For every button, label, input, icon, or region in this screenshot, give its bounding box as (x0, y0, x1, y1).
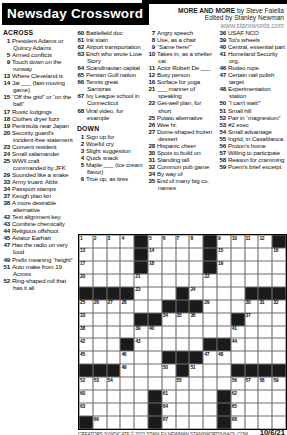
grid-cell-r12c9[interactable] (189, 377, 203, 390)
grid-cell-r12c11[interactable] (217, 377, 231, 390)
black-cell-r6c7 (162, 300, 176, 313)
grid-cell-r12c3[interactable]: 54 (107, 377, 121, 390)
cell-number-5: 5 (149, 236, 151, 241)
grid-cell-r14c3[interactable] (107, 403, 121, 416)
clue-number: 40 (218, 43, 226, 50)
clue-number: 38 (2, 199, 10, 206)
grid-cell-r9c14[interactable] (258, 338, 272, 351)
grid-cell-r10c3[interactable] (107, 351, 121, 364)
grid-cell-r9c3[interactable] (107, 338, 121, 351)
clue-number: 49 (2, 256, 10, 263)
grid-cell-r4c1[interactable]: 20 (79, 274, 93, 287)
grid-cell-r9c13[interactable] (245, 338, 259, 351)
black-cell-r5c4 (120, 287, 134, 300)
clue-number: 2 (76, 140, 84, 147)
crossword-grid[interactable]: 1234567891011121314151617181920212223242… (78, 234, 287, 430)
grid-cell-r8c14[interactable] (258, 326, 272, 339)
grid-cell-r14c9[interactable] (189, 403, 203, 416)
cell-number-14: 14 (149, 248, 154, 253)
black-cell-r13c11 (217, 390, 231, 403)
grid-cell-r6c4[interactable]: 28 (120, 300, 134, 313)
grid-cell-r10c15[interactable] (272, 351, 286, 364)
grid-cell-r14c12[interactable]: 65 (231, 403, 245, 416)
grid-cell-r14c7[interactable]: 64 (162, 403, 176, 416)
down-clue-12: 12Busy person (147, 71, 215, 78)
across-clue-18: 18Clothes dryer fuzz (2, 115, 73, 122)
down-clue-8: 8Use, as a chair (147, 36, 215, 43)
grid-cell-r2c4[interactable] (120, 248, 134, 261)
down-clue-35: 35End of many big co. names (147, 177, 215, 191)
grid-cell-r6c3[interactable]: 27 (107, 300, 121, 313)
grid-cell-r5c7[interactable] (162, 287, 176, 300)
cell-number-24: 24 (190, 287, 195, 292)
grid-cell-r2c1[interactable]: 13 (79, 248, 93, 261)
grid-cell-r12c7[interactable] (162, 377, 176, 390)
grid-cell-r10c4[interactable]: 46 (120, 351, 134, 364)
cell-number-56: 56 (232, 378, 237, 383)
grid-cell-r3c8[interactable] (176, 261, 190, 274)
clue-column-2: 60Battlefield doc61Ink stain62Airport tr… (76, 29, 143, 182)
grid-cell-r12c14[interactable]: 58 (258, 377, 272, 390)
grid-cell-r10c14[interactable] (258, 351, 272, 364)
grid-cell-r13c5[interactable] (134, 390, 148, 403)
down-clue-1: 1Sign up for (76, 133, 143, 140)
grid-cell-r8c7[interactable] (162, 326, 176, 339)
down-clue-4: 4Quick snack (76, 154, 143, 161)
grid-cell-r9c1[interactable]: 42 (79, 338, 93, 351)
clue-number: 52 (2, 277, 10, 284)
grid-cell-r2c13[interactable] (245, 248, 259, 261)
grid-cell-r3c13[interactable] (245, 261, 259, 274)
cell-number-42: 42 (80, 339, 85, 344)
cell-number-8: 8 (190, 236, 192, 241)
cell-number-62: 62 (232, 391, 237, 396)
grid-cell-r6c10[interactable]: 29 (203, 300, 217, 313)
grid-cell-r8c10[interactable] (203, 326, 217, 339)
grid-cell-r11c7[interactable]: 50 (162, 364, 176, 377)
cell-number-27: 27 (108, 300, 113, 305)
grid-cell-r13c4[interactable] (120, 390, 134, 403)
cell-number-20: 20 (80, 274, 85, 279)
down-clue-41: 41Homeland Security org. (218, 50, 286, 64)
grid-cell-r12c8[interactable]: 55 (176, 377, 190, 390)
grid-cell-r6c15[interactable]: 32 (272, 300, 286, 313)
grid-cell-r6c1[interactable]: 25 (79, 300, 93, 313)
cell-number-30: 30 (246, 300, 251, 305)
across-clue-65: 65Persian Gulf nation (76, 71, 143, 78)
grid-cell-r10c12[interactable] (231, 351, 245, 364)
grid-cell-r1c14[interactable]: 12 (258, 235, 272, 248)
across-clue-47: 47Has the radio on very loud (2, 241, 73, 255)
across-clue-68: 68Viral video, for example (76, 107, 143, 121)
grid-cell-r1c6[interactable]: 5 (148, 235, 162, 248)
grid-cell-r14c14[interactable] (258, 403, 272, 416)
grid-cell-r14c8[interactable] (176, 403, 190, 416)
grid-cell-r1c1[interactable]: 1 (79, 235, 93, 248)
grid-cell-r12c12[interactable]: 56 (231, 377, 245, 390)
grid-cell-r5c10[interactable] (203, 287, 217, 300)
grid-cell-r12c6[interactable] (148, 377, 162, 390)
grid-cell-r2c9[interactable] (189, 248, 203, 261)
grid-cell-r8c9[interactable] (189, 326, 203, 339)
grid-cell-r1c7[interactable]: 6 (162, 235, 176, 248)
grid-cell-r11c9[interactable]: 51 (189, 364, 203, 377)
black-cell-r2c5 (134, 248, 148, 261)
grid-cell-r7c2[interactable] (93, 313, 107, 326)
black-cell-r11c13 (245, 364, 259, 377)
grid-cell-r2c12[interactable] (231, 248, 245, 261)
down-clue-59: 59Poem's brief excerpt (218, 163, 286, 170)
clue-number: 5 (76, 161, 84, 168)
grid-cell-r12c13[interactable]: 57 (245, 377, 259, 390)
clue-number: 9 (2, 58, 10, 65)
grid-cell-r2c2[interactable] (93, 248, 107, 261)
black-cell-r6c9 (189, 300, 203, 313)
grid-cell-r9c9[interactable] (189, 338, 203, 351)
grid-cell-r4c10[interactable]: 22 (203, 274, 217, 287)
puzzle-title: MORE AND MORE (178, 7, 235, 14)
grid-cell-r3c1[interactable]: 17 (79, 261, 93, 274)
grid-cell-r13c9[interactable] (189, 390, 203, 403)
grid-cell-r7c15[interactable] (272, 313, 286, 326)
grid-cell-r2c15[interactable]: 16 (272, 248, 286, 261)
grid-cell-r9c12[interactable]: 44 (231, 338, 245, 351)
grid-cell-r7c7[interactable]: 34 (162, 313, 176, 326)
down-clue-57: 57Willing to participate (218, 149, 286, 156)
clue-number: 52 (218, 114, 226, 121)
cell-number-40: 40 (149, 326, 154, 331)
grid-cell-r4c8[interactable] (176, 274, 190, 287)
clue-number: 51 (2, 263, 10, 270)
grid-cell-r5c12[interactable] (231, 287, 245, 300)
grid-cell-r7c9[interactable]: 36 (189, 313, 203, 326)
grid-cell-r14c4[interactable] (120, 403, 134, 416)
grid-cell-r14c15[interactable] (272, 403, 286, 416)
clue-number: 31 (147, 156, 155, 163)
clue-number: 16 (147, 78, 155, 85)
grid-cell-r11c11[interactable] (217, 364, 231, 377)
down-clue-34: 34By way of (147, 170, 215, 177)
grid-cell-r7c11[interactable] (217, 313, 231, 326)
grid-cell-r3c9[interactable] (189, 261, 203, 274)
clue-number: 15 (2, 93, 10, 100)
cell-number-51: 51 (190, 365, 195, 370)
across-clue-52: 52Ring-shaped roll that has it all (2, 277, 73, 291)
grid-cell-r14c2[interactable] (93, 403, 107, 416)
clue-number: 57 (218, 149, 226, 156)
black-cell-r7c5 (134, 313, 148, 326)
grid-cell-r11c10[interactable] (203, 364, 217, 377)
grid-cell-r8c3[interactable] (107, 326, 121, 339)
cell-number-4: 4 (121, 236, 123, 241)
down-clue-5: 5Maple ___ (ice cream flavor) (76, 161, 143, 175)
grid-cell-r6c6[interactable] (148, 300, 162, 313)
grid-cell-r13c1[interactable]: 60 (79, 390, 93, 403)
grid-cell-r1c8[interactable]: 7 (176, 235, 190, 248)
grid-cell-r14c13[interactable] (245, 403, 259, 416)
grid-cell-r7c8[interactable]: 35 (176, 313, 190, 326)
grid-cell-r13c12[interactable]: 62 (231, 390, 245, 403)
down-clue-22: 22Get-well plan, for short (147, 99, 215, 113)
grid-cell-r7c3[interactable] (107, 313, 121, 326)
down-clue-7: 7Angry speech (147, 29, 215, 36)
across-clue-25: 25WWII craft commanded by JFK (2, 157, 73, 171)
clue-number: 66 (76, 78, 84, 85)
grid-cell-r6c13[interactable]: 30 (245, 300, 259, 313)
grid-cell-r5c9[interactable]: 24 (189, 287, 203, 300)
grid-cell-r13c13[interactable] (245, 390, 259, 403)
cell-number-18: 18 (149, 261, 154, 266)
grid-cell-r12c5[interactable] (134, 377, 148, 390)
grid-cell-r14c1[interactable]: 63 (79, 403, 93, 416)
grid-cell-r1c12[interactable]: 10 (231, 235, 245, 248)
grid-cell-r12c4[interactable] (120, 377, 134, 390)
across-clue-63: 63Erich who wrote Love Story (76, 50, 143, 64)
down-clue-47: 47Certain nail polish target (218, 71, 286, 85)
cell-number-2: 2 (94, 236, 96, 241)
grid-cell-r4c4[interactable] (120, 274, 134, 287)
clue-number: 56 (218, 142, 226, 149)
grid-cell-r13c3[interactable] (107, 390, 121, 403)
grid-cell-r4c7[interactable] (162, 274, 176, 287)
grid-cell-r2c11[interactable]: 15 (217, 248, 231, 261)
grid-cell-r4c3[interactable] (107, 274, 121, 287)
grid-cell-r4c12[interactable] (231, 274, 245, 287)
grid-cell-r8c5[interactable]: 39 (134, 326, 148, 339)
grid-cell-r5c5[interactable]: 23 (134, 287, 148, 300)
grid-cell-r1c4[interactable]: 4 (120, 235, 134, 248)
grid-cell-r12c10[interactable] (203, 377, 217, 390)
grid-cell-r10c6[interactable] (148, 351, 162, 364)
grid-cell-r9c5[interactable]: 43 (134, 338, 148, 351)
grid-cell-r8c4[interactable] (120, 326, 134, 339)
grid-cell-r6c14[interactable]: 31 (258, 300, 272, 313)
grid-cell-r6c2[interactable]: 26 (93, 300, 107, 313)
grid-cell-r9c7[interactable] (162, 338, 176, 351)
grid-cell-r4c6[interactable] (148, 274, 162, 287)
grid-cell-r8c1[interactable]: 38 (79, 326, 93, 339)
grid-cell-r7c13[interactable]: 37 (245, 313, 259, 326)
grid-cell-r10c2[interactable] (93, 351, 107, 364)
cell-number-44: 44 (232, 339, 237, 344)
grid-cell-r9c6[interactable] (148, 338, 162, 351)
grid-cell-r8c13[interactable] (245, 326, 259, 339)
across-clue-42: 42Text alignment key (2, 213, 73, 220)
cell-number-38: 38 (80, 326, 85, 331)
clue-number: 25 (2, 157, 10, 164)
grid-cell-r2c8[interactable] (176, 248, 190, 261)
grid-cell-r2c3[interactable] (107, 248, 121, 261)
grid-cell-r14c10[interactable] (203, 403, 217, 416)
cell-number-52: 52 (80, 378, 85, 383)
clue-number: 1 (76, 133, 84, 140)
black-cell-r2c10 (203, 248, 217, 261)
black-cell-r14c6 (148, 403, 162, 416)
clue-number: 29 (2, 171, 10, 178)
across-clue-23: 23Convent resident (2, 143, 73, 150)
clue-number: 37 (2, 192, 10, 199)
clue-number: 32 (147, 163, 155, 170)
grid-cell-r1c11[interactable]: 9 (217, 235, 231, 248)
grid-cell-r3c7[interactable] (162, 261, 176, 274)
grid-cell-r3c15[interactable] (272, 261, 286, 274)
grid-cell-r13c8[interactable] (176, 390, 190, 403)
clue-number: 58 (218, 156, 226, 163)
grid-cell-r4c9[interactable] (189, 274, 203, 287)
grid-cell-r1c9[interactable]: 8 (189, 235, 203, 248)
grid-cell-r13c15[interactable] (272, 390, 286, 403)
grid-cell-r10c10[interactable]: 47 (203, 351, 217, 364)
grid-cell-r3c12[interactable] (231, 261, 245, 274)
grid-cell-r10c13[interactable] (245, 351, 259, 364)
cell-number-32: 32 (273, 300, 278, 305)
grid-cell-r6c5[interactable] (134, 300, 148, 313)
clue-number: 54 (218, 128, 226, 135)
across-clue-15: 15“Off the grid” or “on the ball” (2, 93, 73, 107)
cell-number-33: 33 (80, 313, 85, 318)
grid-cell-r4c13[interactable] (245, 274, 259, 287)
grid-cell-r7c14[interactable] (258, 313, 272, 326)
black-cell-r5c2 (93, 287, 107, 300)
clue-number: 65 (76, 71, 84, 78)
grid-cell-r10c11[interactable]: 48 (217, 351, 231, 364)
down-clue-28: 28Hispanic cheer (147, 142, 215, 149)
across-clue-20: 20Security guard's incident-free stateme… (2, 129, 73, 143)
down-clue-51: 51Small hill (218, 107, 286, 114)
grid-cell-r2c14[interactable] (258, 248, 272, 261)
down-clue-11: 11Actor Robert De ___ (147, 64, 215, 71)
clue-number: 35 (147, 177, 155, 184)
grid-cell-r8c15[interactable] (272, 326, 286, 339)
black-cell-r11c2 (93, 364, 107, 377)
grid-cell-r8c12[interactable]: 41 (231, 326, 245, 339)
grid-cell-r11c6[interactable] (148, 364, 162, 377)
grid-cell-r6c12[interactable] (231, 300, 245, 313)
cell-number-3: 3 (108, 236, 110, 241)
cell-number-23: 23 (135, 287, 140, 292)
cell-number-29: 29 (204, 300, 209, 305)
across-heading: ACROSS (3, 29, 73, 36)
grid-cell-r1c3[interactable]: 3 (107, 235, 121, 248)
clue-number: 1 (2, 37, 10, 44)
cell-number-11: 11 (246, 236, 251, 241)
grid-cell-r7c4[interactable] (120, 313, 134, 326)
across-clue-19: 19Peninsula near Japan (2, 122, 73, 129)
cell-number-53: 53 (94, 378, 99, 383)
across-clue-67: 67Ivy League school in Connecticut (76, 92, 143, 106)
grid-cell-r5c6[interactable] (148, 287, 162, 300)
grid-cell-r10c5[interactable] (134, 351, 148, 364)
grid-cell-r9c8[interactable] (176, 338, 190, 351)
grid-cell-r7c1[interactable]: 33 (79, 313, 93, 326)
black-cell-r9c4 (120, 338, 134, 351)
cell-number-10: 10 (232, 236, 237, 241)
clue-number: 19 (2, 122, 10, 129)
cell-number-58: 58 (259, 378, 264, 383)
black-cell-r5c14 (258, 287, 272, 300)
grid-cell-r7c10[interactable] (203, 313, 217, 326)
clue-number: 12 (147, 71, 155, 78)
grid-cell-r12c2[interactable]: 53 (93, 377, 107, 390)
black-cell-r11c3 (107, 364, 121, 377)
grid-cell-r5c11[interactable] (217, 287, 231, 300)
grid-cell-r13c14[interactable] (258, 390, 272, 403)
grid-cell-r1c13[interactable]: 11 (245, 235, 259, 248)
across-clue-33: 33Army truant: Abbr. (2, 178, 73, 185)
clue-number: 13 (2, 72, 10, 79)
grid-cell-r12c15[interactable]: 59 (272, 377, 286, 390)
clue-number: 7 (147, 29, 155, 36)
down-clue-54: 54Small advantage (218, 128, 286, 135)
cell-number-34: 34 (163, 313, 168, 318)
black-cell-r9c10 (203, 338, 217, 351)
grid-cell-r8c11[interactable] (217, 326, 231, 339)
grid-cell-r10c1[interactable]: 45 (79, 351, 93, 364)
grid-cell-r8c2[interactable] (93, 326, 107, 339)
grid-cell-r11c5[interactable] (134, 364, 148, 377)
cell-number-63: 63 (80, 404, 85, 409)
grid-cell-r4c2[interactable] (93, 274, 107, 287)
cell-number-25: 25 (80, 300, 85, 305)
grid-cell-r2c6[interactable]: 14 (148, 248, 162, 261)
cell-number-36: 36 (190, 313, 195, 318)
grid-cell-r4c14[interactable] (258, 274, 272, 287)
cell-number-1: 1 (80, 236, 82, 241)
grid-cell-r3c14[interactable] (258, 261, 272, 274)
clue-number: 8 (147, 36, 155, 43)
grid-cell-r8c8[interactable] (176, 326, 190, 339)
grid-cell-r12c1[interactable]: 52 (79, 377, 93, 390)
byline: MORE AND MORE by Steve Faiella Edited by… (178, 7, 284, 29)
across-clue-29: 29Sounded like a snake (2, 171, 73, 178)
grid-cell-r13c7[interactable]: 61 (162, 390, 176, 403)
clue-number: 62 (76, 43, 84, 50)
grid-cell-r8c6[interactable]: 40 (148, 326, 162, 339)
cell-number-9: 9 (218, 236, 220, 241)
grid-cell-r9c15[interactable] (272, 338, 286, 351)
grid-cell-r3c6[interactable]: 18 (148, 261, 162, 274)
clue-number: 41 (218, 50, 226, 57)
grid-cell-r3c3[interactable] (107, 261, 121, 274)
grid-cell-r3c11[interactable]: 19 (217, 261, 231, 274)
across-clue-38: 38A more desirable alternative (2, 199, 73, 213)
grid-cell-r14c5[interactable] (134, 403, 148, 416)
clue-number: 33 (2, 178, 10, 185)
grid-cell-r3c2[interactable] (93, 261, 107, 274)
grid-cell-r4c11[interactable] (217, 274, 231, 287)
clue-number: 3 (76, 147, 84, 154)
clue-number: 17 (2, 108, 10, 115)
grid-cell-r13c10[interactable] (203, 390, 217, 403)
grid-cell-r4c5[interactable]: 21 (134, 274, 148, 287)
cell-number-35: 35 (177, 313, 182, 318)
clue-number: 50 (218, 99, 226, 106)
clue-number: 11 (147, 64, 155, 71)
cell-number-31: 31 (259, 300, 264, 305)
grid-cell-r11c4[interactable]: 49 (120, 364, 134, 377)
grid-cell-r4c15[interactable] (272, 274, 286, 287)
grid-cell-r1c2[interactable]: 2 (93, 235, 107, 248)
grid-cell-r6c11[interactable] (217, 300, 231, 313)
grid-cell-r3c4[interactable] (120, 261, 134, 274)
down-clue-21: 21___ manner of speaking (147, 85, 215, 99)
cell-number-37: 37 (246, 313, 251, 318)
grid-cell-r9c2[interactable] (93, 338, 107, 351)
grid-cell-r2c7[interactable] (162, 248, 176, 261)
across-clue-24: 24Small salamander (2, 150, 73, 157)
cell-number-66: 66 (94, 417, 99, 422)
grid-cell-r13c2[interactable] (93, 390, 107, 403)
